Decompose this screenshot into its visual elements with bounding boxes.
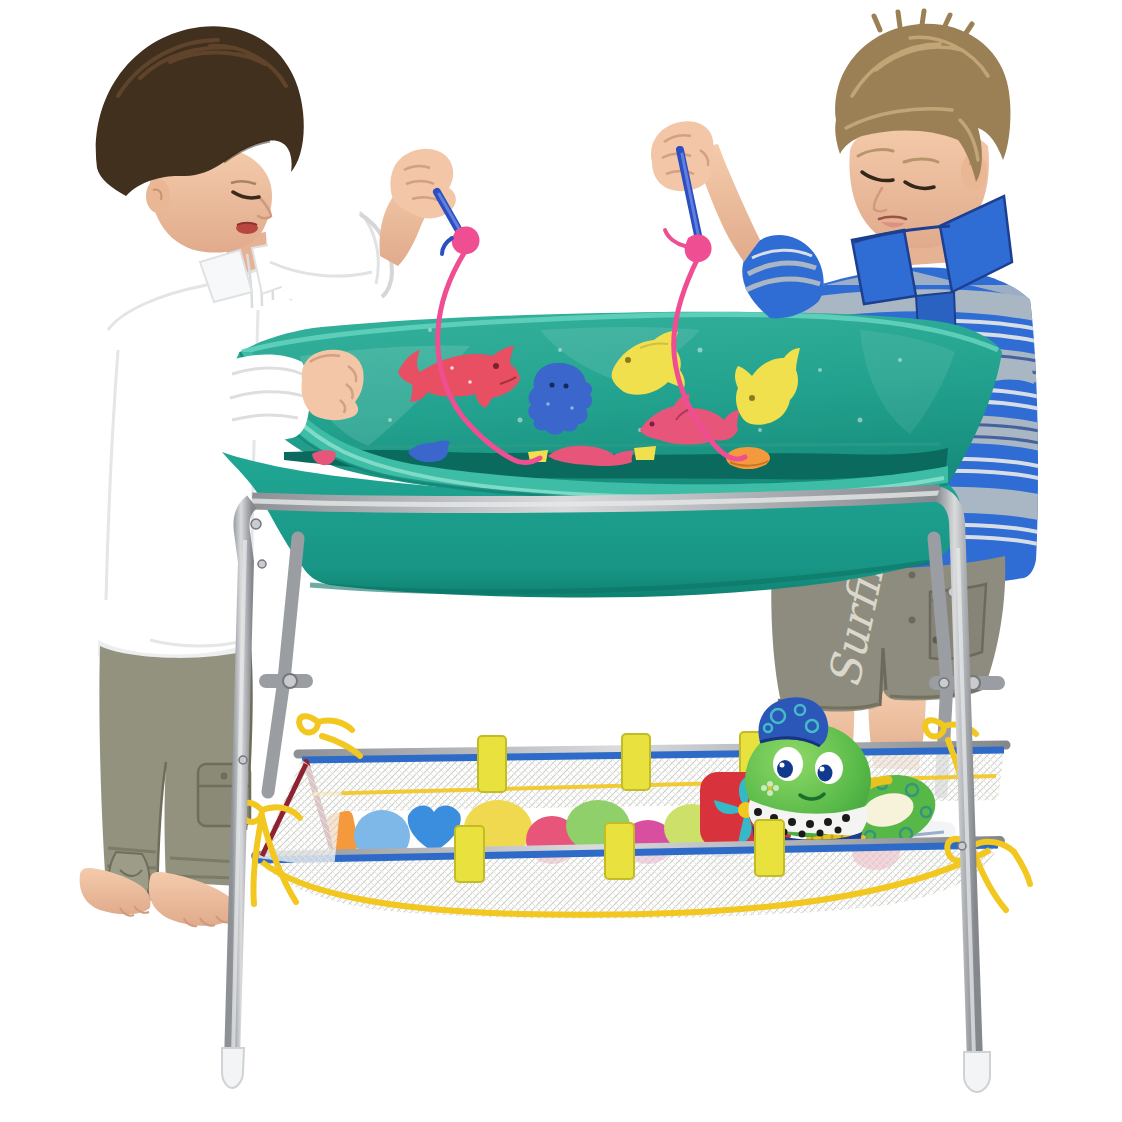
back-left-leg bbox=[268, 538, 298, 792]
right-foot-cap bbox=[964, 1052, 990, 1092]
left-boy-ear bbox=[146, 179, 170, 213]
product-photo: Surfing bbox=[0, 0, 1122, 1122]
foam-yellow-bit-right bbox=[634, 446, 656, 460]
scene-illustration: Surfing bbox=[0, 0, 1122, 1122]
left-joint-bolt bbox=[283, 674, 297, 688]
blue-foam-heart bbox=[408, 805, 461, 852]
left-foot-cap bbox=[222, 1048, 244, 1088]
right-boy-left-sleeve bbox=[742, 235, 823, 318]
